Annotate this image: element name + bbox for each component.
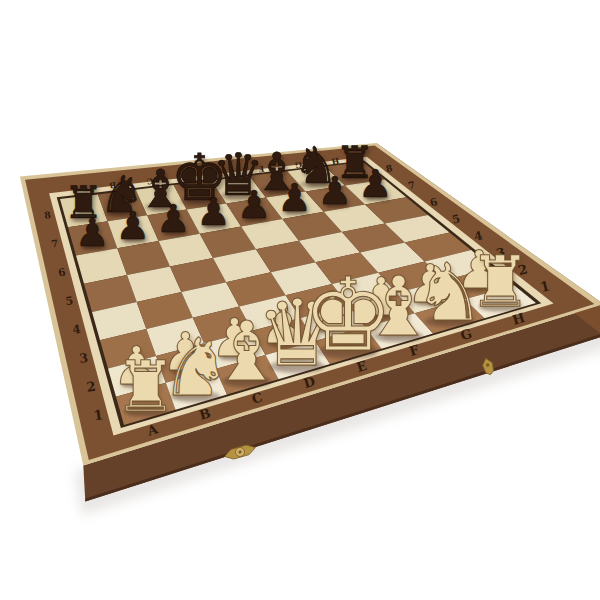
shadow-d2 — [267, 339, 299, 347]
chess-board: 8765432187654321ABCDEFGHABCDEFGH — [0, 0, 600, 600]
shadow-b8 — [107, 209, 138, 217]
shadow-e8 — [221, 191, 256, 200]
shadow-c8 — [145, 203, 176, 211]
shadow-c2 — [219, 353, 251, 361]
shadow-g1 — [425, 315, 473, 327]
shadow-b7 — [121, 236, 144, 242]
shadow-c1 — [222, 375, 271, 387]
shadow-b2 — [170, 366, 202, 374]
shadow-e7 — [242, 215, 265, 221]
shadow-c7 — [162, 229, 185, 235]
shadow-g2 — [414, 298, 446, 306]
shadow-h7 — [364, 194, 387, 200]
shadow-f7 — [283, 208, 306, 214]
shadow-g8 — [300, 180, 331, 188]
shadow-b1 — [172, 390, 220, 402]
shadow-f2 — [365, 311, 397, 319]
shadow-h2 — [463, 284, 495, 292]
shadow-a2 — [121, 380, 153, 388]
shadow-f1 — [374, 330, 423, 342]
shadow-d1 — [270, 359, 325, 373]
shadow-g7 — [323, 201, 346, 207]
shadow-h1 — [479, 301, 521, 312]
shadow-a1 — [124, 406, 166, 417]
shadow-d8 — [180, 196, 219, 206]
shadow-e1 — [317, 344, 378, 359]
shadow-h8 — [341, 175, 368, 182]
chess-set-photo: 8765432187654321ABCDEFGHABCDEFGH ♜♞♝♚♛♝♞… — [0, 0, 600, 600]
shadow-d7 — [202, 222, 225, 228]
shadow-e2 — [316, 325, 348, 333]
shadow-a8 — [70, 215, 97, 222]
shadow-f8 — [261, 186, 292, 194]
shadow-a7 — [81, 243, 104, 249]
